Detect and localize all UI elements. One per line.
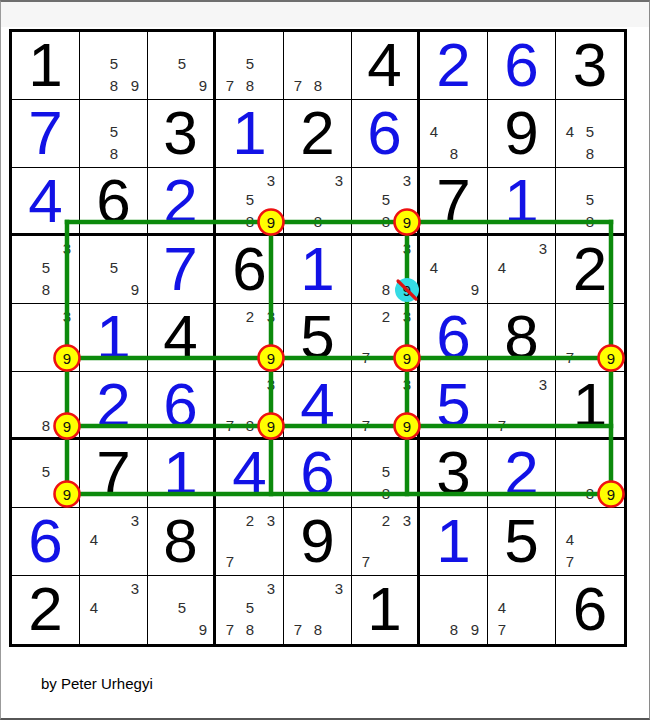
solved-digit: 1	[148, 440, 213, 507]
solved-digit: 6	[488, 32, 555, 99]
cell-r6c8: 37	[488, 372, 556, 440]
cell-r6c4: 3789	[216, 372, 284, 440]
candidate-5: 5	[36, 462, 56, 482]
cell-r9c9: 6	[556, 576, 624, 644]
candidate-9: 9	[261, 212, 281, 232]
candidate-4: 4	[84, 598, 104, 618]
candidate-3: 3	[397, 239, 417, 259]
given-digit: 2	[556, 236, 624, 303]
candidate-4: 4	[424, 122, 444, 142]
candidate-8: 8	[444, 620, 464, 640]
cell-r3c3: 2	[148, 168, 216, 236]
candidate-5: 5	[104, 258, 124, 278]
cell-r4c2: 59	[80, 236, 148, 304]
candidate-7: 7	[356, 348, 376, 368]
given-digit: 7	[80, 440, 147, 507]
cell-r8c9: 47	[556, 508, 624, 576]
cell-r8c5: 9	[284, 508, 352, 576]
cell-r5c6: 2379	[352, 304, 420, 372]
cell-r4c5: 1	[284, 236, 352, 304]
candidate-7: 7	[356, 416, 376, 436]
cell-r7c3: 1	[148, 440, 216, 508]
candidate-9: 9	[397, 348, 417, 368]
candidate-5: 5	[580, 190, 600, 210]
candidate-4: 4	[84, 530, 104, 550]
candidate-3: 3	[261, 171, 281, 191]
solved-digit: 1	[488, 168, 555, 233]
candidate-3: 3	[397, 511, 417, 531]
given-digit: 3	[556, 32, 624, 99]
candidate-8: 8	[36, 416, 56, 436]
candidate-3: 3	[329, 171, 349, 191]
cell-r3c1: 4	[12, 168, 80, 236]
candidate-9: 9	[125, 280, 145, 300]
cell-r8c7: 1	[420, 508, 488, 576]
candidate-9: 9	[57, 484, 77, 504]
cell-r5c8: 8	[488, 304, 556, 372]
candidate-9: 9	[465, 620, 485, 640]
cell-r1c5: 78	[284, 32, 352, 100]
cell-r1c2: 589	[80, 32, 148, 100]
candidate-8: 8	[376, 484, 396, 504]
cell-r4c4: 6	[216, 236, 284, 304]
solved-digit: 7	[148, 236, 213, 303]
candidate-5: 5	[240, 598, 260, 618]
window-top-strip	[1, 2, 649, 27]
candidate-5: 5	[376, 190, 396, 210]
cell-r5c3: 4	[148, 304, 216, 372]
candidate-2: 2	[376, 307, 396, 327]
cell-r7c5: 6	[284, 440, 352, 508]
candidate-7: 7	[220, 416, 240, 436]
given-digit: 2	[12, 576, 79, 644]
cell-r6c7: 5	[420, 372, 488, 440]
candidate-8: 8	[240, 416, 260, 436]
cell-r1c6: 4	[352, 32, 420, 100]
cell-r7c1: 59	[12, 440, 80, 508]
given-digit: 8	[148, 508, 213, 575]
candidate-9: 9	[397, 212, 417, 232]
cell-r9c3: 59	[148, 576, 216, 644]
cell-r8c6: 237	[352, 508, 420, 576]
cell-r8c4: 237	[216, 508, 284, 576]
candidate-8: 8	[240, 76, 260, 96]
cell-r9c7: 89	[420, 576, 488, 644]
cell-r2c3: 3	[148, 100, 216, 168]
candidate-3: 3	[397, 171, 417, 191]
solved-digit: 6	[12, 508, 79, 575]
cell-r2c7: 48	[420, 100, 488, 168]
cell-r4c1: 358	[12, 236, 80, 304]
candidate-3: 3	[125, 579, 145, 599]
candidate-3: 3	[533, 375, 553, 395]
cell-r3c5: 38	[284, 168, 352, 236]
sudoku-board: 1589595787842637583126489458462358938358…	[9, 29, 627, 647]
candidate-3: 3	[397, 375, 417, 395]
candidate-8: 8	[104, 76, 124, 96]
cell-r1c9: 3	[556, 32, 624, 100]
candidate-8: 8	[580, 484, 600, 504]
candidate-4: 4	[492, 258, 512, 278]
cell-r7c2: 7	[80, 440, 148, 508]
cell-r6c9: 1	[556, 372, 624, 440]
candidate-8: 8	[308, 76, 328, 96]
cell-r2c2: 58	[80, 100, 148, 168]
cell-r3c2: 6	[80, 168, 148, 236]
cell-r3c7: 7	[420, 168, 488, 236]
candidate-2: 2	[240, 511, 260, 531]
candidate-8: 8	[240, 212, 260, 232]
candidate-7: 7	[560, 348, 580, 368]
solved-digit: 6	[420, 304, 487, 371]
cell-r3c9: 58	[556, 168, 624, 236]
solved-digit: 2	[80, 372, 147, 437]
cell-r2c9: 458	[556, 100, 624, 168]
cell-r7c8: 2	[488, 440, 556, 508]
cell-r4c7: 49	[420, 236, 488, 304]
given-digit: 1	[352, 576, 417, 644]
solved-digit: 1	[80, 304, 147, 371]
candidate-7: 7	[560, 552, 580, 572]
given-digit: 6	[556, 576, 624, 644]
candidate-3: 3	[57, 307, 77, 327]
cell-r8c3: 8	[148, 508, 216, 576]
cell-r9c1: 2	[12, 576, 80, 644]
candidate-9: 9	[193, 76, 213, 96]
candidate-7: 7	[492, 416, 512, 436]
candidate-7: 7	[220, 76, 240, 96]
cell-r7c6: 58	[352, 440, 420, 508]
cell-r6c3: 6	[148, 372, 216, 440]
cell-r5c4: 239	[216, 304, 284, 372]
cell-r5c5: 5	[284, 304, 352, 372]
given-digit: 9	[284, 508, 351, 575]
candidate-9: 9	[57, 416, 77, 436]
candidate-9: 9	[261, 348, 281, 368]
candidate-7: 7	[220, 552, 240, 572]
candidate-8: 8	[444, 144, 464, 164]
given-digit: 4	[352, 32, 417, 99]
solved-digit: 6	[148, 372, 213, 437]
cell-r7c9: 89	[556, 440, 624, 508]
given-digit: 4	[148, 304, 213, 371]
candidate-8: 8	[308, 620, 328, 640]
given-digit: 2	[284, 100, 351, 167]
candidate-9: 9	[601, 348, 621, 368]
solved-digit: 1	[420, 508, 487, 575]
given-digit: 9	[488, 100, 555, 167]
candidate-3: 3	[57, 239, 77, 259]
candidate-8: 8	[376, 280, 396, 300]
candidate-5: 5	[376, 462, 396, 482]
cell-r2c1: 7	[12, 100, 80, 168]
candidate-3: 3	[329, 579, 349, 599]
cell-r2c6: 6	[352, 100, 420, 168]
candidate-4: 4	[492, 598, 512, 618]
candidate-3: 3	[261, 511, 281, 531]
given-digit: 3	[420, 440, 487, 507]
given-digit: 5	[488, 508, 555, 575]
candidate-8: 8	[580, 144, 600, 164]
cell-r2c8: 9	[488, 100, 556, 168]
cell-r5c2: 1	[80, 304, 148, 372]
cell-r9c2: 34	[80, 576, 148, 644]
cell-r4c6: 389	[352, 236, 420, 304]
candidate-9: 9	[193, 620, 213, 640]
given-digit: 5	[284, 304, 351, 371]
cell-r1c8: 6	[488, 32, 556, 100]
cell-r1c7: 2	[420, 32, 488, 100]
candidate-5: 5	[104, 122, 124, 142]
diagram-frame: 1589595787842637583126489458462358938358…	[0, 0, 650, 720]
author-credit: by Peter Urhegyi	[41, 675, 153, 692]
candidate-5: 5	[580, 122, 600, 142]
candidate-8: 8	[308, 212, 328, 232]
cell-r9c8: 47	[488, 576, 556, 644]
candidate-9: 9	[261, 416, 281, 436]
candidate-2: 2	[376, 511, 396, 531]
candidate-9: 9	[397, 416, 417, 436]
cell-r5c1: 39	[12, 304, 80, 372]
solved-digit: 2	[420, 32, 487, 99]
candidate-8: 8	[104, 144, 124, 164]
solved-digit: 4	[12, 168, 79, 233]
candidate-2: 2	[240, 307, 260, 327]
cell-r7c4: 4	[216, 440, 284, 508]
cell-r4c9: 2	[556, 236, 624, 304]
candidate-9: 9	[465, 280, 485, 300]
candidate-3: 3	[261, 307, 281, 327]
solved-digit: 4	[284, 372, 351, 437]
given-digit: 3	[148, 100, 213, 167]
solved-digit: 1	[284, 236, 351, 303]
candidate-8: 8	[240, 620, 260, 640]
candidate-8: 8	[580, 212, 600, 232]
given-digit: 6	[216, 236, 283, 303]
cell-r5c7: 6	[420, 304, 488, 372]
solved-digit: 1	[216, 100, 283, 167]
candidate-4: 4	[424, 258, 444, 278]
cell-r9c4: 3578	[216, 576, 284, 644]
solved-digit: 6	[352, 100, 417, 167]
solved-digit: 2	[488, 440, 555, 507]
candidate-7: 7	[288, 76, 308, 96]
cell-r6c5: 4	[284, 372, 352, 440]
cell-r7c7: 3	[420, 440, 488, 508]
candidate-7: 7	[492, 620, 512, 640]
candidate-5: 5	[240, 190, 260, 210]
candidate-7: 7	[288, 620, 308, 640]
cell-r1c3: 59	[148, 32, 216, 100]
candidate-3: 3	[261, 579, 281, 599]
cell-r3c8: 1	[488, 168, 556, 236]
solved-digit: 2	[148, 168, 213, 233]
candidate-3: 3	[533, 239, 553, 259]
candidate-4: 4	[560, 530, 580, 550]
candidate-3: 3	[397, 307, 417, 327]
cell-r3c6: 3589	[352, 168, 420, 236]
cell-r1c1: 1	[12, 32, 80, 100]
candidate-3: 3	[261, 375, 281, 395]
cell-r6c1: 89	[12, 372, 80, 440]
candidate-9: 9	[57, 348, 77, 368]
candidate-9: 9	[601, 484, 621, 504]
cell-r6c6: 379	[352, 372, 420, 440]
solved-digit: 4	[216, 440, 283, 507]
cell-r9c5: 378	[284, 576, 352, 644]
candidate-3: 3	[125, 511, 145, 531]
cell-r8c8: 5	[488, 508, 556, 576]
cell-r4c3: 7	[148, 236, 216, 304]
cell-r6c2: 2	[80, 372, 148, 440]
given-digit: 1	[12, 32, 79, 99]
cell-r4c8: 34	[488, 236, 556, 304]
candidate-5: 5	[240, 54, 260, 74]
cell-r2c4: 1	[216, 100, 284, 168]
candidate-7: 7	[356, 552, 376, 572]
candidate-5: 5	[104, 54, 124, 74]
solved-digit: 7	[12, 100, 79, 167]
cell-r2c5: 2	[284, 100, 352, 168]
cell-r8c2: 34	[80, 508, 148, 576]
cell-r8c1: 6	[12, 508, 80, 576]
candidate-8: 8	[36, 280, 56, 300]
given-digit: 7	[420, 168, 487, 233]
solved-digit: 5	[420, 372, 487, 437]
cell-r9c6: 1	[352, 576, 420, 644]
candidate-9: 9	[397, 280, 417, 300]
candidate-5: 5	[36, 258, 56, 278]
candidate-8: 8	[376, 212, 396, 232]
candidate-5: 5	[172, 54, 192, 74]
candidate-4: 4	[560, 122, 580, 142]
solved-digit: 6	[284, 440, 351, 507]
candidate-5: 5	[172, 598, 192, 618]
cell-r1c4: 578	[216, 32, 284, 100]
candidate-7: 7	[220, 620, 240, 640]
candidate-9: 9	[125, 76, 145, 96]
given-digit: 1	[556, 372, 624, 437]
cell-r3c4: 3589	[216, 168, 284, 236]
given-digit: 8	[488, 304, 555, 371]
cell-r5c9: 79	[556, 304, 624, 372]
given-digit: 6	[80, 168, 147, 233]
